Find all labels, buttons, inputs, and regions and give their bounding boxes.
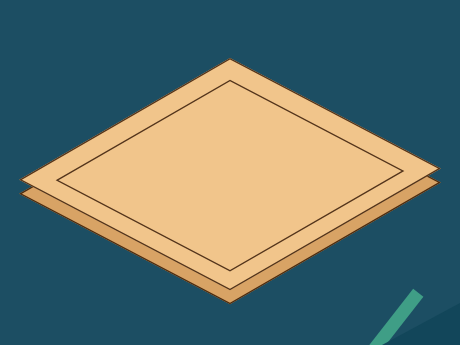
wikihow-watermark [340,295,460,345]
chess-board [19,58,441,290]
illustration-canvas [0,0,460,345]
board-grid [56,80,405,272]
